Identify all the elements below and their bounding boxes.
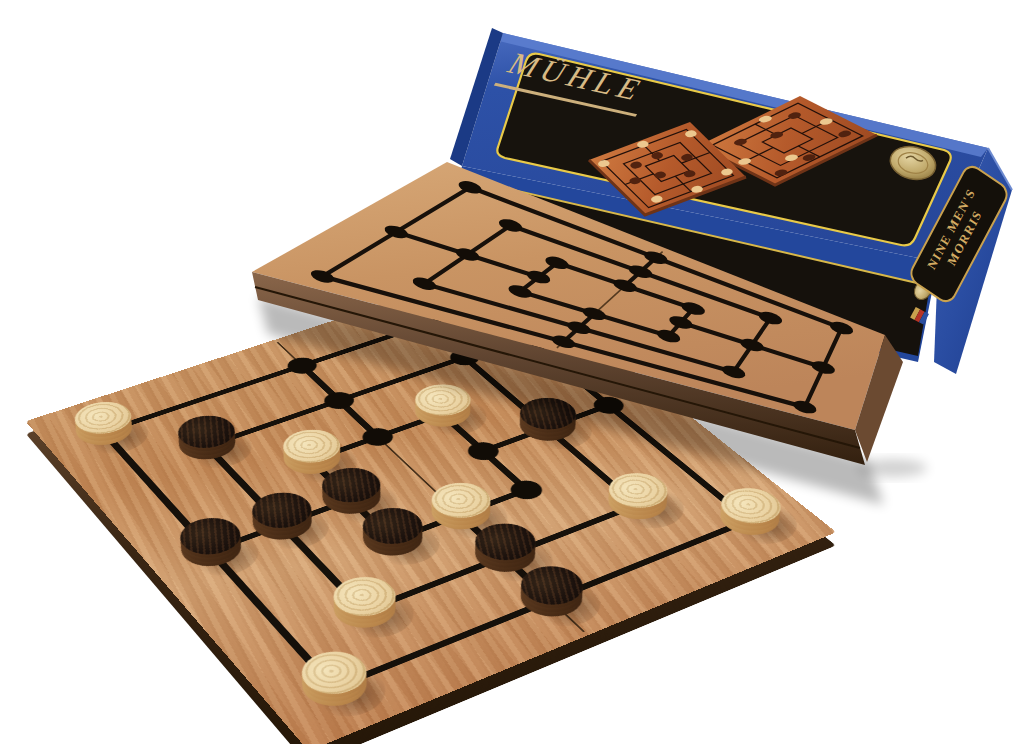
folded-board-endcap xyxy=(855,335,903,462)
light-piece[interactable] xyxy=(708,496,791,545)
box-left-end xyxy=(450,28,503,166)
board-scene xyxy=(124,181,712,744)
light-piece[interactable] xyxy=(404,393,480,436)
publisher-logo xyxy=(910,307,929,325)
light-piece[interactable] xyxy=(322,585,406,639)
point-f6[interactable] xyxy=(415,330,515,385)
dark-piece[interactable] xyxy=(169,424,245,469)
point-a7[interactable] xyxy=(53,403,155,463)
dark-piece[interactable] xyxy=(352,516,433,566)
point-g7[interactable] xyxy=(437,279,534,330)
light-piece[interactable] xyxy=(66,410,141,454)
dark-piece[interactable] xyxy=(508,406,585,450)
point-a1[interactable] xyxy=(274,649,394,729)
point-b2[interactable] xyxy=(307,575,422,649)
light-piece[interactable] xyxy=(596,481,677,529)
muehle-board xyxy=(26,266,837,744)
board-grid xyxy=(53,279,806,728)
point-f2[interactable] xyxy=(581,473,692,538)
product-photo: MÜHLE NINE MEN'S MORRIS xyxy=(0,0,1024,744)
point-g1[interactable] xyxy=(692,488,805,555)
dark-piece[interactable] xyxy=(508,574,593,627)
point-b6[interactable] xyxy=(155,416,259,477)
dark-piece[interactable] xyxy=(170,526,251,576)
medallion-icon xyxy=(887,142,939,184)
light-piece[interactable] xyxy=(290,659,378,717)
ground-shadow xyxy=(859,459,927,477)
box-art-board-back xyxy=(698,96,877,185)
box-side-panel: NINE MEN'S MORRIS xyxy=(906,161,1011,307)
box-title: MÜHLE xyxy=(494,46,661,117)
